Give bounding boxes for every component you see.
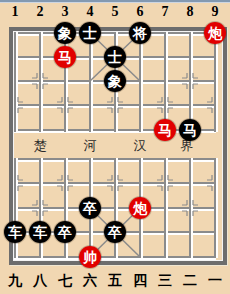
- piece-black-chariot[interactable]: 车: [4, 221, 26, 243]
- file-label-top: 7: [155, 4, 175, 20]
- file-label-top: 3: [55, 4, 75, 20]
- file-label-bottom: 一: [205, 273, 225, 289]
- file-label-bottom: 八: [30, 273, 50, 289]
- file-label-bottom: 九: [5, 273, 25, 289]
- piece-black-elephant[interactable]: 象: [104, 70, 126, 92]
- piece-black-soldier[interactable]: 卒: [104, 221, 126, 243]
- file-label-bottom: 三: [155, 273, 175, 289]
- xiangqi-board-window: 楚河汉界 123456789 九八七六五四三二一 象士将炮马士象马马卒炮车车卒卒…: [0, 0, 230, 294]
- river-label: 楚: [31, 138, 49, 154]
- file-label-bottom: 五: [105, 273, 125, 289]
- file-label-bottom: 六: [80, 273, 100, 289]
- file-label-bottom: 四: [130, 273, 150, 289]
- file-label-top: 1: [5, 4, 25, 20]
- piece-black-horse[interactable]: 马: [179, 119, 201, 141]
- file-label-top: 6: [130, 4, 150, 20]
- file-label-top: 5: [105, 4, 125, 20]
- piece-black-advisor[interactable]: 士: [79, 22, 101, 44]
- file-label-top: 2: [30, 4, 50, 20]
- piece-red-general[interactable]: 帅: [79, 246, 101, 268]
- piece-black-elephant[interactable]: 象: [54, 22, 76, 44]
- river-label: 汉: [131, 138, 149, 154]
- piece-black-soldier[interactable]: 卒: [54, 221, 76, 243]
- file-label-bottom: 七: [55, 273, 75, 289]
- piece-red-horse[interactable]: 马: [54, 46, 76, 68]
- piece-black-soldier[interactable]: 卒: [79, 197, 101, 219]
- piece-black-advisor[interactable]: 士: [104, 46, 126, 68]
- piece-red-cannon[interactable]: 炮: [129, 197, 151, 219]
- file-label-top: 9: [205, 4, 225, 20]
- piece-black-general[interactable]: 将: [129, 22, 151, 44]
- river-label: 河: [81, 138, 99, 154]
- piece-black-chariot[interactable]: 车: [29, 221, 51, 243]
- file-label-top: 4: [80, 4, 100, 20]
- piece-red-horse[interactable]: 马: [154, 119, 176, 141]
- file-label-top: 8: [180, 4, 200, 20]
- file-label-bottom: 二: [180, 273, 200, 289]
- piece-red-cannon[interactable]: 炮: [204, 22, 226, 44]
